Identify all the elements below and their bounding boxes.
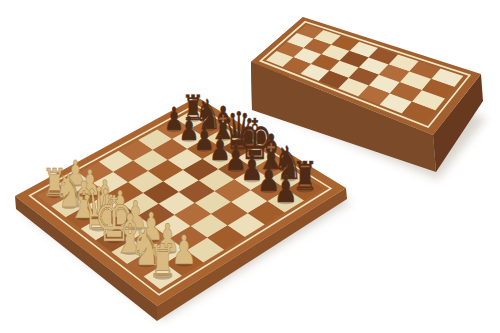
chess-set-photo: ♜♞♟♝♟♛♟♚♟♝♟♞♟♟♜♟♟♜♟♟♞♟♝♟♛♟♚♟♝♟♞♜	[0, 0, 500, 333]
product-photo-scene: ♜♞♟♝♟♛♟♚♟♝♟♞♟♟♜♟♟♜♟♟♞♟♝♟♛♟♚♟♝♟♞♜	[0, 0, 500, 333]
black-pawn: ♟	[274, 167, 298, 211]
white-rook: ♜	[148, 235, 177, 288]
